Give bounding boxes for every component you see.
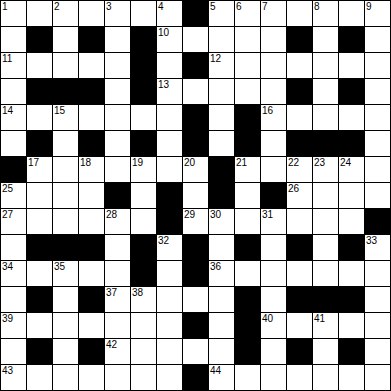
cell-r15c6[interactable] [131, 365, 157, 391]
cell-r8c4[interactable] [79, 183, 105, 209]
clue-number-19: 19 [132, 158, 143, 167]
cell-r10c5[interactable] [105, 235, 131, 261]
cell-r5c5[interactable] [105, 105, 131, 131]
cell-r3c9[interactable]: 12 [209, 53, 235, 79]
clue-number-15: 15 [54, 106, 65, 115]
cell-r4c10[interactable] [235, 79, 261, 105]
cell-r5c12[interactable] [287, 105, 313, 131]
cell-r9c3[interactable] [53, 209, 79, 235]
black-cell-r8c7 [157, 183, 183, 209]
clue-number-31: 31 [262, 210, 273, 219]
cell-r11c11[interactable] [261, 261, 287, 287]
cell-r4c7[interactable]: 13 [157, 79, 183, 105]
cell-r6c9[interactable] [209, 131, 235, 157]
cell-r13c14[interactable] [339, 313, 365, 339]
cell-r9c2[interactable] [27, 209, 53, 235]
black-cell-r14c10 [235, 339, 261, 365]
cell-r13c7[interactable] [157, 313, 183, 339]
cell-r9c12[interactable] [287, 209, 313, 235]
cell-r7c14[interactable]: 24 [339, 157, 365, 183]
black-cell-r1c8 [183, 1, 209, 27]
cell-r1c2[interactable] [27, 1, 53, 27]
cell-r15c9[interactable]: 44 [209, 365, 235, 391]
cell-r1c3[interactable]: 2 [53, 1, 79, 27]
clue-number-10: 10 [158, 28, 169, 37]
cell-r15c4[interactable] [79, 365, 105, 391]
black-cell-r4c12 [287, 79, 313, 105]
cell-r5c3[interactable]: 15 [53, 105, 79, 131]
cell-r8c3[interactable] [53, 183, 79, 209]
clue-number-32: 32 [158, 236, 169, 245]
cell-r7c4[interactable]: 18 [79, 157, 105, 183]
black-cell-r4c6 [131, 79, 157, 105]
clue-number-42: 42 [106, 340, 117, 349]
cell-r11c13[interactable] [313, 261, 339, 287]
cell-r2c3[interactable] [53, 27, 79, 53]
cell-r4c11[interactable] [261, 79, 287, 105]
black-cell-r6c2 [27, 131, 53, 157]
black-cell-r12c14 [339, 287, 365, 313]
black-cell-r10c14 [339, 235, 365, 261]
cell-r14c8[interactable] [183, 339, 209, 365]
cell-r2c1[interactable] [1, 27, 27, 53]
cell-r12c7[interactable] [157, 287, 183, 313]
black-cell-r2c2 [27, 27, 53, 53]
cell-r3c12[interactable] [287, 53, 313, 79]
black-cell-r15c8 [183, 365, 209, 391]
cell-r2c8[interactable] [183, 27, 209, 53]
cell-r13c5[interactable] [105, 313, 131, 339]
cell-r4c9[interactable] [209, 79, 235, 105]
black-cell-r6c10 [235, 131, 261, 157]
clue-number-12: 12 [210, 54, 221, 63]
cell-r3c11[interactable] [261, 53, 287, 79]
cell-r14c1[interactable] [1, 339, 27, 365]
cell-r1c13[interactable]: 8 [313, 1, 339, 27]
cell-r7c2[interactable]: 17 [27, 157, 53, 183]
black-cell-r10c3 [53, 235, 79, 261]
cell-r14c11[interactable] [261, 339, 287, 365]
clue-number-33: 33 [366, 236, 377, 245]
cell-r12c11[interactable] [261, 287, 287, 313]
cell-r12c15[interactable] [365, 287, 391, 313]
cell-r10c13[interactable] [313, 235, 339, 261]
cell-r6c1[interactable] [1, 131, 27, 157]
clue-number-17: 17 [28, 158, 39, 167]
cell-r13c13[interactable]: 41 [313, 313, 339, 339]
cell-r12c5[interactable]: 37 [105, 287, 131, 313]
clue-number-35: 35 [54, 262, 65, 271]
cell-r10c15[interactable]: 33 [365, 235, 391, 261]
cell-r2c5[interactable] [105, 27, 131, 53]
clue-number-43: 43 [2, 366, 13, 375]
black-cell-r14c4 [79, 339, 105, 365]
clue-number-38: 38 [132, 288, 143, 297]
clue-number-36: 36 [210, 262, 221, 271]
cell-r7c8[interactable]: 20 [183, 157, 209, 183]
cell-r13c3[interactable] [53, 313, 79, 339]
cell-r3c7[interactable] [157, 53, 183, 79]
cell-r15c3[interactable] [53, 365, 79, 391]
clue-number-3: 3 [106, 2, 112, 11]
cell-r1c11[interactable]: 7 [261, 1, 287, 27]
cell-r3c14[interactable] [339, 53, 365, 79]
cell-r1c1[interactable]: 1 [1, 1, 27, 27]
cell-r9c4[interactable] [79, 209, 105, 235]
cell-r11c1[interactable]: 34 [1, 261, 27, 287]
black-cell-r13c8 [183, 313, 209, 339]
clue-number-2: 2 [54, 2, 60, 11]
clue-number-9: 9 [366, 2, 372, 11]
cell-r3c5[interactable] [105, 53, 131, 79]
cell-r13c2[interactable] [27, 313, 53, 339]
cell-r8c12[interactable]: 26 [287, 183, 313, 209]
cell-r5c15[interactable] [365, 105, 391, 131]
cell-r3c13[interactable] [313, 53, 339, 79]
cell-r12c9[interactable] [209, 287, 235, 313]
cell-r3c2[interactable] [27, 53, 53, 79]
clue-number-44: 44 [210, 366, 221, 375]
cell-r10c9[interactable] [209, 235, 235, 261]
black-cell-r3c6 [131, 53, 157, 79]
cell-r3c15[interactable] [365, 53, 391, 79]
cell-r9c5[interactable]: 28 [105, 209, 131, 235]
black-cell-r2c4 [79, 27, 105, 53]
cell-r3c3[interactable] [53, 53, 79, 79]
black-cell-r6c4 [79, 131, 105, 157]
black-cell-r9c7 [157, 209, 183, 235]
cell-r2c7[interactable]: 10 [157, 27, 183, 53]
cell-r14c3[interactable] [53, 339, 79, 365]
cell-r9c10[interactable] [235, 209, 261, 235]
clue-number-5: 5 [210, 2, 216, 11]
black-cell-r14c12 [287, 339, 313, 365]
cell-r5c4[interactable] [79, 105, 105, 131]
cell-r6c5[interactable] [105, 131, 131, 157]
cell-r6c3[interactable] [53, 131, 79, 157]
cell-r2c15[interactable] [365, 27, 391, 53]
cell-r4c1[interactable] [1, 79, 27, 105]
cell-r15c1[interactable]: 43 [1, 365, 27, 391]
cell-r5c7[interactable] [157, 105, 183, 131]
black-cell-r10c10 [235, 235, 261, 261]
cell-r4c13[interactable] [313, 79, 339, 105]
cell-r1c12[interactable] [287, 1, 313, 27]
clue-number-25: 25 [2, 184, 13, 193]
cell-r14c6[interactable] [131, 339, 157, 365]
cell-r1c10[interactable]: 6 [235, 1, 261, 27]
cell-r9c9[interactable]: 30 [209, 209, 235, 235]
cell-r7c13[interactable]: 23 [313, 157, 339, 183]
clue-number-20: 20 [184, 158, 195, 167]
cell-r3c4[interactable] [79, 53, 105, 79]
cell-r14c13[interactable] [313, 339, 339, 365]
cell-r8c2[interactable] [27, 183, 53, 209]
cell-r5c1[interactable]: 14 [1, 105, 27, 131]
black-cell-r10c12 [287, 235, 313, 261]
cell-r4c5[interactable] [105, 79, 131, 105]
cell-r15c14[interactable] [339, 365, 365, 391]
cell-r15c12[interactable] [287, 365, 313, 391]
black-cell-r12c2 [27, 287, 53, 313]
cell-r7c12[interactable]: 22 [287, 157, 313, 183]
cell-r3c1[interactable]: 11 [1, 53, 27, 79]
clue-number-8: 8 [314, 2, 320, 11]
cell-r10c1[interactable] [1, 235, 27, 261]
cell-r6c7[interactable] [157, 131, 183, 157]
cell-r1c7[interactable]: 4 [157, 1, 183, 27]
black-cell-r2c6 [131, 27, 157, 53]
cell-r13c6[interactable] [131, 313, 157, 339]
cell-r15c10[interactable] [235, 365, 261, 391]
cell-r4c8[interactable] [183, 79, 209, 105]
cell-r13c1[interactable]: 39 [1, 313, 27, 339]
clue-number-21: 21 [236, 158, 247, 167]
cell-r12c8[interactable] [183, 287, 209, 313]
cell-r15c11[interactable] [261, 365, 287, 391]
cell-r9c6[interactable] [131, 209, 157, 235]
cell-r11c3[interactable]: 35 [53, 261, 79, 287]
clue-number-28: 28 [106, 210, 117, 219]
cell-r11c2[interactable] [27, 261, 53, 287]
black-cell-r5c10 [235, 105, 261, 131]
black-cell-r6c12 [287, 131, 313, 157]
cell-r5c2[interactable] [27, 105, 53, 131]
cell-r14c15[interactable] [365, 339, 391, 365]
cell-r8c6[interactable] [131, 183, 157, 209]
cell-r7c6[interactable]: 19 [131, 157, 157, 183]
cell-r9c1[interactable]: 27 [1, 209, 27, 235]
cell-r2c9[interactable] [209, 27, 235, 53]
clue-number-13: 13 [158, 80, 169, 89]
clue-number-30: 30 [210, 210, 221, 219]
cell-r1c14[interactable] [339, 1, 365, 27]
cell-r5c11[interactable]: 16 [261, 105, 287, 131]
clue-number-34: 34 [2, 262, 13, 271]
clue-number-11: 11 [2, 54, 12, 63]
cell-r7c10[interactable]: 21 [235, 157, 261, 183]
cell-r7c15[interactable] [365, 157, 391, 183]
black-cell-r7c9 [209, 157, 235, 183]
black-cell-r11c8 [183, 261, 209, 287]
cell-r5c14[interactable] [339, 105, 365, 131]
cell-r15c15[interactable] [365, 365, 391, 391]
crossword-board: 1234567891011121314151617181920212223242… [0, 0, 391, 391]
cell-r9c13[interactable] [313, 209, 339, 235]
cell-r14c9[interactable] [209, 339, 235, 365]
cell-r11c10[interactable] [235, 261, 261, 287]
cell-r8c8[interactable] [183, 183, 209, 209]
black-cell-r8c11 [261, 183, 287, 209]
clue-number-23: 23 [314, 158, 325, 167]
black-cell-r5c8 [183, 105, 209, 131]
black-cell-r13c10 [235, 313, 261, 339]
cell-r9c14[interactable] [339, 209, 365, 235]
cell-r1c5[interactable]: 3 [105, 1, 131, 27]
clue-number-16: 16 [262, 106, 273, 115]
cell-r12c1[interactable] [1, 287, 27, 313]
clue-number-18: 18 [80, 158, 91, 167]
clue-number-6: 6 [236, 2, 242, 11]
clue-number-27: 27 [2, 210, 13, 219]
clue-number-24: 24 [340, 158, 351, 167]
cell-r8c13[interactable] [313, 183, 339, 209]
cell-r13c4[interactable] [79, 313, 105, 339]
clue-number-22: 22 [288, 158, 299, 167]
black-cell-r4c14 [339, 79, 365, 105]
cell-r5c13[interactable] [313, 105, 339, 131]
black-cell-r2c14 [339, 27, 365, 53]
cell-r11c4[interactable] [79, 261, 105, 287]
clue-number-1: 1 [2, 2, 8, 11]
cell-r8c15[interactable] [365, 183, 391, 209]
cell-r11c12[interactable] [287, 261, 313, 287]
cell-r1c6[interactable] [131, 1, 157, 27]
cell-r13c9[interactable] [209, 313, 235, 339]
cell-r2c13[interactable] [313, 27, 339, 53]
black-cell-r12c13 [313, 287, 339, 313]
cell-r14c5[interactable]: 42 [105, 339, 131, 365]
black-cell-r11c6 [131, 261, 157, 287]
cell-r6c15[interactable] [365, 131, 391, 157]
cell-r11c5[interactable] [105, 261, 131, 287]
black-cell-r6c6 [131, 131, 157, 157]
black-cell-r8c9 [209, 183, 235, 209]
black-cell-r14c2 [27, 339, 53, 365]
clue-number-39: 39 [2, 314, 13, 323]
cell-r7c7[interactable] [157, 157, 183, 183]
black-cell-r4c3 [53, 79, 79, 105]
black-cell-r8c5 [105, 183, 131, 209]
cell-r7c3[interactable] [53, 157, 79, 183]
black-cell-r4c4 [79, 79, 105, 105]
cell-r9c8[interactable]: 29 [183, 209, 209, 235]
black-cell-r9c15 [365, 209, 391, 235]
cell-r7c5[interactable] [105, 157, 131, 183]
cell-r13c15[interactable] [365, 313, 391, 339]
clue-number-14: 14 [2, 106, 13, 115]
cell-r5c6[interactable] [131, 105, 157, 131]
cell-r6c11[interactable] [261, 131, 287, 157]
clue-number-40: 40 [262, 314, 273, 323]
cell-r7c11[interactable] [261, 157, 287, 183]
cell-r2c11[interactable] [261, 27, 287, 53]
black-cell-r6c8 [183, 131, 209, 157]
black-cell-r6c13 [313, 131, 339, 157]
black-cell-r12c4 [79, 287, 105, 313]
cell-r12c3[interactable] [53, 287, 79, 313]
clue-number-41: 41 [314, 314, 325, 323]
black-cell-r4c2 [27, 79, 53, 105]
cell-r13c12[interactable] [287, 313, 313, 339]
cell-r11c9[interactable]: 36 [209, 261, 235, 287]
cell-r8c14[interactable] [339, 183, 365, 209]
black-cell-r10c2 [27, 235, 53, 261]
cell-r10c7[interactable]: 32 [157, 235, 183, 261]
clue-number-7: 7 [262, 2, 268, 11]
cell-r11c7[interactable] [157, 261, 183, 287]
cell-r14c7[interactable] [157, 339, 183, 365]
cell-r15c13[interactable] [313, 365, 339, 391]
black-cell-r14c14 [339, 339, 365, 365]
cell-r12c6[interactable]: 38 [131, 287, 157, 313]
cell-r8c10[interactable] [235, 183, 261, 209]
black-cell-r12c12 [287, 287, 313, 313]
black-cell-r10c4 [79, 235, 105, 261]
black-cell-r12c10 [235, 287, 261, 313]
cell-r15c5[interactable] [105, 365, 131, 391]
clue-number-26: 26 [288, 184, 299, 193]
cell-r15c2[interactable] [27, 365, 53, 391]
cell-r15c7[interactable] [157, 365, 183, 391]
black-cell-r10c6 [131, 235, 157, 261]
cell-r11c14[interactable] [339, 261, 365, 287]
cell-r1c15[interactable]: 9 [365, 1, 391, 27]
clue-number-4: 4 [158, 2, 164, 11]
black-cell-r6c14 [339, 131, 365, 157]
cell-r5c9[interactable] [209, 105, 235, 131]
cell-r13c11[interactable]: 40 [261, 313, 287, 339]
clue-number-37: 37 [106, 288, 117, 297]
cell-r10c11[interactable] [261, 235, 287, 261]
clue-number-29: 29 [184, 210, 195, 219]
cell-r9c11[interactable]: 31 [261, 209, 287, 235]
cell-r1c4[interactable] [79, 1, 105, 27]
black-cell-r2c12 [287, 27, 313, 53]
cell-r11c15[interactable] [365, 261, 391, 287]
cell-r2c10[interactable] [235, 27, 261, 53]
cell-r1c9[interactable]: 5 [209, 1, 235, 27]
black-cell-r3c8 [183, 53, 209, 79]
cell-r3c10[interactable] [235, 53, 261, 79]
black-cell-r10c8 [183, 235, 209, 261]
black-cell-r7c1 [1, 157, 27, 183]
cell-r8c1[interactable]: 25 [1, 183, 27, 209]
cell-r4c15[interactable] [365, 79, 391, 105]
